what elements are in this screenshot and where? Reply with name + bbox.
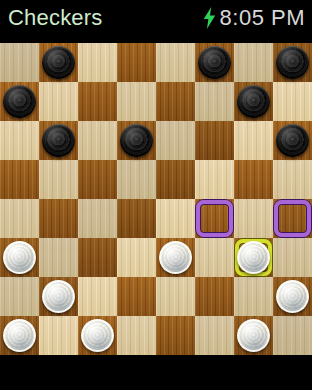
dark-wood-square: [117, 43, 156, 82]
square-c6r6[interactable]: [234, 277, 273, 316]
status-bar: Checkers 8:05 PM: [0, 0, 312, 43]
light-wood-square: [117, 238, 156, 277]
light-wood-square: [273, 82, 312, 121]
square-c1r3[interactable]: [39, 160, 78, 199]
square-c4r0[interactable]: [156, 43, 195, 82]
square-c7r3[interactable]: [273, 160, 312, 199]
square-c2r0[interactable]: [78, 43, 117, 82]
black-piece[interactable]: [237, 85, 270, 118]
square-c0r4[interactable]: [0, 199, 39, 238]
dark-wood-square: [117, 199, 156, 238]
square-c4r1[interactable]: [156, 82, 195, 121]
square-c7r6[interactable]: [273, 277, 312, 316]
black-piece[interactable]: [3, 85, 36, 118]
square-c0r6[interactable]: [0, 277, 39, 316]
light-wood-square: [0, 43, 39, 82]
square-c0r1[interactable]: [0, 82, 39, 121]
dark-wood-square: [78, 238, 117, 277]
square-c0r2[interactable]: [0, 121, 39, 160]
square-c2r3[interactable]: [78, 160, 117, 199]
dark-wood-square: [78, 82, 117, 121]
dark-wood-square: [117, 277, 156, 316]
app-title: Checkers: [8, 5, 103, 31]
square-c5r2[interactable]: [195, 121, 234, 160]
dark-wood-square: [0, 160, 39, 199]
square-c3r7[interactable]: [117, 316, 156, 355]
square-c7r0[interactable]: [273, 43, 312, 82]
square-c2r1[interactable]: [78, 82, 117, 121]
square-c4r5[interactable]: [156, 238, 195, 277]
black-piece[interactable]: [42, 124, 75, 157]
white-piece[interactable]: [237, 241, 270, 274]
light-wood-square: [0, 121, 39, 160]
light-wood-square: [78, 199, 117, 238]
light-wood-square: [117, 316, 156, 355]
dark-wood-square: [234, 160, 273, 199]
square-c4r2[interactable]: [156, 121, 195, 160]
square-c1r2[interactable]: [39, 121, 78, 160]
square-c5r6[interactable]: [195, 277, 234, 316]
square-c3r4[interactable]: [117, 199, 156, 238]
square-c1r6[interactable]: [39, 277, 78, 316]
square-c0r3[interactable]: [0, 160, 39, 199]
square-c5r5[interactable]: [195, 238, 234, 277]
light-wood-square: [195, 160, 234, 199]
light-wood-square: [195, 82, 234, 121]
square-c4r3[interactable]: [156, 160, 195, 199]
black-piece[interactable]: [120, 124, 153, 157]
light-wood-square: [195, 316, 234, 355]
square-c0r0[interactable]: [0, 43, 39, 82]
light-wood-square: [156, 199, 195, 238]
square-c5r7[interactable]: [195, 316, 234, 355]
square-c2r5[interactable]: [78, 238, 117, 277]
square-c5r1[interactable]: [195, 82, 234, 121]
square-c3r6[interactable]: [117, 277, 156, 316]
light-wood-square: [0, 277, 39, 316]
dark-wood-square: [39, 199, 78, 238]
light-wood-square: [234, 199, 273, 238]
light-wood-square: [78, 121, 117, 160]
square-c3r2[interactable]: [117, 121, 156, 160]
square-c7r4[interactable]: [273, 199, 312, 238]
square-c3r1[interactable]: [117, 82, 156, 121]
light-wood-square: [117, 82, 156, 121]
square-c1r5[interactable]: [39, 238, 78, 277]
checkers-board: [0, 43, 312, 355]
light-wood-square: [234, 43, 273, 82]
light-wood-square: [39, 316, 78, 355]
black-piece[interactable]: [276, 46, 309, 79]
light-wood-square: [0, 199, 39, 238]
square-c6r7[interactable]: [234, 316, 273, 355]
square-c2r6[interactable]: [78, 277, 117, 316]
light-wood-square: [273, 238, 312, 277]
black-piece[interactable]: [42, 46, 75, 79]
square-c6r2[interactable]: [234, 121, 273, 160]
black-piece[interactable]: [198, 46, 231, 79]
light-wood-square: [273, 160, 312, 199]
square-c4r4[interactable]: [156, 199, 195, 238]
square-c0r7[interactable]: [0, 316, 39, 355]
light-wood-square: [156, 121, 195, 160]
light-wood-square: [195, 238, 234, 277]
square-c4r7[interactable]: [156, 316, 195, 355]
dark-wood-square: [156, 82, 195, 121]
square-c7r7[interactable]: [273, 316, 312, 355]
white-piece[interactable]: [3, 319, 36, 352]
square-c0r5[interactable]: [0, 238, 39, 277]
light-wood-square: [39, 238, 78, 277]
light-wood-square: [117, 160, 156, 199]
square-c6r0[interactable]: [234, 43, 273, 82]
square-c1r7[interactable]: [39, 316, 78, 355]
light-wood-square: [39, 160, 78, 199]
square-c6r3[interactable]: [234, 160, 273, 199]
status-time: 8:05 PM: [220, 5, 305, 31]
dark-wood-square: [156, 160, 195, 199]
dark-wood-square: [156, 316, 195, 355]
square-c5r3[interactable]: [195, 160, 234, 199]
dark-wood-square: [195, 277, 234, 316]
square-c3r5[interactable]: [117, 238, 156, 277]
white-piece[interactable]: [81, 319, 114, 352]
lightning-bolt-icon: [203, 7, 216, 29]
square-c6r5[interactable]: [234, 238, 273, 277]
white-piece[interactable]: [42, 280, 75, 313]
square-c5r4[interactable]: [195, 199, 234, 238]
light-wood-square: [156, 277, 195, 316]
light-wood-square: [234, 121, 273, 160]
light-wood-square: [78, 277, 117, 316]
status-right-group: 8:05 PM: [203, 5, 305, 31]
square-c6r1[interactable]: [234, 82, 273, 121]
square-c1r4[interactable]: [39, 199, 78, 238]
move-target-highlight[interactable]: [196, 200, 233, 237]
white-piece[interactable]: [276, 280, 309, 313]
square-c7r1[interactable]: [273, 82, 312, 121]
square-c4r6[interactable]: [156, 277, 195, 316]
white-piece[interactable]: [3, 241, 36, 274]
light-wood-square: [156, 43, 195, 82]
square-c2r4[interactable]: [78, 199, 117, 238]
square-c5r0[interactable]: [195, 43, 234, 82]
square-c2r7[interactable]: [78, 316, 117, 355]
black-piece[interactable]: [276, 124, 309, 157]
square-c1r0[interactable]: [39, 43, 78, 82]
square-c2r2[interactable]: [78, 121, 117, 160]
square-c7r5[interactable]: [273, 238, 312, 277]
square-c3r3[interactable]: [117, 160, 156, 199]
light-wood-square: [39, 82, 78, 121]
square-c3r0[interactable]: [117, 43, 156, 82]
square-c1r1[interactable]: [39, 82, 78, 121]
white-piece[interactable]: [159, 241, 192, 274]
square-c6r4[interactable]: [234, 199, 273, 238]
white-piece[interactable]: [237, 319, 270, 352]
light-wood-square: [273, 316, 312, 355]
light-wood-square: [78, 43, 117, 82]
dark-wood-square: [195, 121, 234, 160]
square-c7r2[interactable]: [273, 121, 312, 160]
move-target-highlight[interactable]: [274, 200, 311, 237]
dark-wood-square: [78, 160, 117, 199]
light-wood-square: [234, 277, 273, 316]
